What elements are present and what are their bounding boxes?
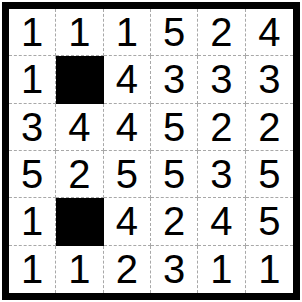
hitori-grid: 1115241433334452252553514245112311 [9, 9, 293, 293]
cell-r4c1[interactable]: 5 [9, 151, 56, 198]
shaded-cell-r5c2[interactable] [56, 198, 103, 245]
cell-r6c2[interactable]: 1 [56, 246, 103, 293]
cell-r3c3[interactable]: 4 [104, 104, 151, 151]
cell-r3c6[interactable]: 2 [246, 104, 293, 151]
cell-r6c4[interactable]: 3 [151, 246, 198, 293]
cell-r2c4[interactable]: 3 [151, 56, 198, 103]
cell-r5c1[interactable]: 1 [9, 198, 56, 245]
cell-r1c4[interactable]: 5 [151, 9, 198, 56]
cell-r3c1[interactable]: 3 [9, 104, 56, 151]
cell-r4c6[interactable]: 5 [246, 151, 293, 198]
cell-r5c4[interactable]: 2 [151, 198, 198, 245]
cell-r3c2[interactable]: 4 [56, 104, 103, 151]
cell-r2c1[interactable]: 1 [9, 56, 56, 103]
cell-r4c2[interactable]: 2 [56, 151, 103, 198]
cell-r2c3[interactable]: 4 [104, 56, 151, 103]
cell-r2c6[interactable]: 3 [246, 56, 293, 103]
cell-r2c5[interactable]: 3 [198, 56, 245, 103]
cell-r4c3[interactable]: 5 [104, 151, 151, 198]
cell-r4c4[interactable]: 5 [151, 151, 198, 198]
cell-r5c5[interactable]: 4 [198, 198, 245, 245]
cell-r3c4[interactable]: 5 [151, 104, 198, 151]
cell-r3c5[interactable]: 2 [198, 104, 245, 151]
cell-r6c3[interactable]: 2 [104, 246, 151, 293]
cell-r1c1[interactable]: 1 [9, 9, 56, 56]
shaded-cell-r2c2[interactable] [56, 56, 103, 103]
cell-r6c1[interactable]: 1 [9, 246, 56, 293]
cell-r5c6[interactable]: 5 [246, 198, 293, 245]
cell-r1c2[interactable]: 1 [56, 9, 103, 56]
cell-r1c6[interactable]: 4 [246, 9, 293, 56]
cell-r5c3[interactable]: 4 [104, 198, 151, 245]
cell-r6c5[interactable]: 1 [198, 246, 245, 293]
cell-r1c5[interactable]: 2 [198, 9, 245, 56]
cell-r4c5[interactable]: 3 [198, 151, 245, 198]
cell-r6c6[interactable]: 1 [246, 246, 293, 293]
cell-r1c3[interactable]: 1 [104, 9, 151, 56]
puzzle-board-frame: 1115241433334452252553514245112311 [2, 2, 300, 300]
